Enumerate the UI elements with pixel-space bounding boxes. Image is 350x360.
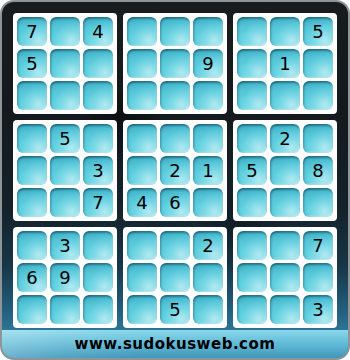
cell-r3c5[interactable]: [160, 81, 190, 110]
cell-r8c2[interactable]: 9: [50, 263, 80, 292]
cell-r8c7[interactable]: [237, 263, 267, 292]
cell-r1c4[interactable]: [127, 17, 157, 46]
cell-r8c1[interactable]: 6: [17, 263, 47, 292]
cell-r5c1[interactable]: [17, 156, 47, 185]
cell-r2c8[interactable]: 1: [270, 49, 300, 78]
cell-r6c1[interactable]: [17, 188, 47, 217]
box-3: 51: [233, 13, 337, 114]
box-9: 73: [233, 227, 337, 328]
cell-r6c7[interactable]: [237, 188, 267, 217]
cell-r6c9[interactable]: [303, 188, 333, 217]
cell-r7c1[interactable]: [17, 231, 47, 260]
cell-r1c7[interactable]: [237, 17, 267, 46]
cell-r3c7[interactable]: [237, 81, 267, 110]
cell-r1c5[interactable]: [160, 17, 190, 46]
cell-r2c9[interactable]: [303, 49, 333, 78]
cell-r5c9[interactable]: 8: [303, 156, 333, 185]
box-2: 9: [123, 13, 227, 114]
cell-r2c2[interactable]: [50, 49, 80, 78]
cell-r9c5[interactable]: 5: [160, 295, 190, 324]
cell-r9c1[interactable]: [17, 295, 47, 324]
cell-r3c2[interactable]: [50, 81, 80, 110]
site-url[interactable]: www.sudokusweb.com: [75, 335, 276, 353]
cell-r5c2[interactable]: [50, 156, 80, 185]
cell-r3c9[interactable]: [303, 81, 333, 110]
cell-r1c3[interactable]: 4: [83, 17, 113, 46]
cell-r8c6[interactable]: [193, 263, 223, 292]
cell-r2c5[interactable]: [160, 49, 190, 78]
cell-r5c6[interactable]: 1: [193, 156, 223, 185]
box-6: 258: [233, 120, 337, 221]
cell-r6c6[interactable]: [193, 188, 223, 217]
cell-r4c8[interactable]: 2: [270, 124, 300, 153]
cell-r7c6[interactable]: 2: [193, 231, 223, 260]
cell-r8c5[interactable]: [160, 263, 190, 292]
cell-r3c3[interactable]: [83, 81, 113, 110]
cell-r6c3[interactable]: 7: [83, 188, 113, 217]
cell-r2c3[interactable]: [83, 49, 113, 78]
cell-r4c1[interactable]: [17, 124, 47, 153]
cell-r3c1[interactable]: [17, 81, 47, 110]
cell-r8c4[interactable]: [127, 263, 157, 292]
cell-r4c6[interactable]: [193, 124, 223, 153]
cell-r4c4[interactable]: [127, 124, 157, 153]
box-7: 369: [13, 227, 117, 328]
cell-r5c4[interactable]: [127, 156, 157, 185]
cell-r3c8[interactable]: [270, 81, 300, 110]
cell-r9c9[interactable]: 3: [303, 295, 333, 324]
cell-r3c6[interactable]: [193, 81, 223, 110]
cell-r2c7[interactable]: [237, 49, 267, 78]
cell-r4c7[interactable]: [237, 124, 267, 153]
cell-r2c6[interactable]: 9: [193, 49, 223, 78]
box-5: 2146: [123, 120, 227, 221]
cell-r9c3[interactable]: [83, 295, 113, 324]
box-1: 745: [13, 13, 117, 114]
cell-r2c1[interactable]: 5: [17, 49, 47, 78]
footer-bar: www.sudokusweb.com: [2, 329, 348, 358]
cell-r7c7[interactable]: [237, 231, 267, 260]
cell-r4c5[interactable]: [160, 124, 190, 153]
cell-r7c9[interactable]: 7: [303, 231, 333, 260]
cell-r9c6[interactable]: [193, 295, 223, 324]
cell-r2c4[interactable]: [127, 49, 157, 78]
cell-r5c3[interactable]: 3: [83, 156, 113, 185]
cell-r5c8[interactable]: [270, 156, 300, 185]
cell-r1c6[interactable]: [193, 17, 223, 46]
cell-r1c2[interactable]: [50, 17, 80, 46]
cell-r4c9[interactable]: [303, 124, 333, 153]
cell-r1c1[interactable]: 7: [17, 17, 47, 46]
cell-r9c4[interactable]: [127, 295, 157, 324]
cell-r4c2[interactable]: 5: [50, 124, 80, 153]
cell-r7c2[interactable]: 3: [50, 231, 80, 260]
cell-r5c5[interactable]: 2: [160, 156, 190, 185]
cell-r7c5[interactable]: [160, 231, 190, 260]
box-4: 537: [13, 120, 117, 221]
sudoku-board: 74595153721462583692573 www.sudokusweb.c…: [0, 0, 350, 360]
cell-r8c3[interactable]: [83, 263, 113, 292]
cell-r6c2[interactable]: [50, 188, 80, 217]
cell-r5c7[interactable]: 5: [237, 156, 267, 185]
cell-r9c2[interactable]: [50, 295, 80, 324]
cell-r6c4[interactable]: 4: [127, 188, 157, 217]
cell-r6c5[interactable]: 6: [160, 188, 190, 217]
sudoku-grid: 74595153721462583692573: [13, 13, 337, 328]
cell-r9c7[interactable]: [237, 295, 267, 324]
cell-r3c4[interactable]: [127, 81, 157, 110]
cell-r7c3[interactable]: [83, 231, 113, 260]
cell-r8c9[interactable]: [303, 263, 333, 292]
cell-r9c8[interactable]: [270, 295, 300, 324]
box-8: 25: [123, 227, 227, 328]
cell-r4c3[interactable]: [83, 124, 113, 153]
cell-r1c8[interactable]: [270, 17, 300, 46]
cell-r1c9[interactable]: 5: [303, 17, 333, 46]
cell-r7c8[interactable]: [270, 231, 300, 260]
cell-r7c4[interactable]: [127, 231, 157, 260]
cell-r6c8[interactable]: [270, 188, 300, 217]
cell-r8c8[interactable]: [270, 263, 300, 292]
